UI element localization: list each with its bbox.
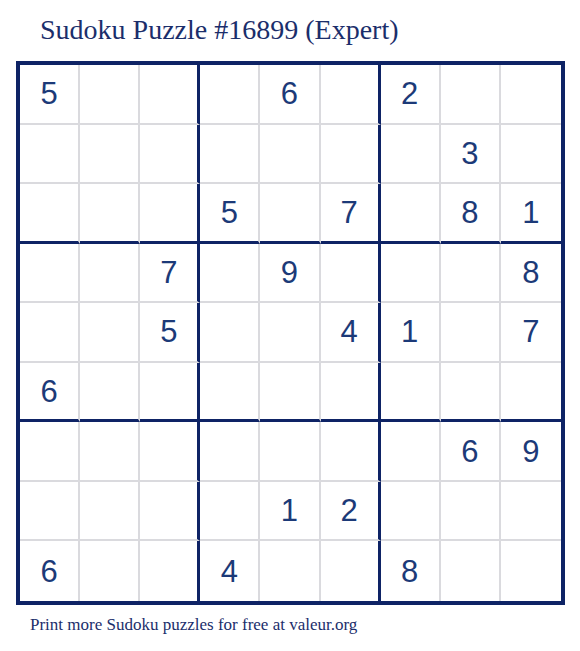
sudoku-cell-empty	[260, 303, 320, 363]
sudoku-cell-empty	[20, 482, 80, 542]
sudoku-cell-empty	[80, 65, 140, 125]
sudoku-cell-empty	[381, 125, 441, 185]
sudoku-cell-given: 6	[260, 65, 320, 125]
sudoku-cell-empty	[260, 125, 320, 185]
sudoku-cell-given: 5	[20, 65, 80, 125]
sudoku-cell-empty	[441, 65, 501, 125]
sudoku-cell-empty	[321, 541, 381, 601]
sudoku-cell-empty	[20, 422, 80, 482]
sudoku-cell-empty	[441, 482, 501, 542]
sudoku-cell-empty	[80, 541, 140, 601]
sudoku-cell-given: 1	[260, 482, 320, 542]
sudoku-cell-given: 7	[321, 184, 381, 244]
sudoku-cell-empty	[200, 125, 260, 185]
sudoku-cell-empty	[80, 244, 140, 304]
sudoku-cell-empty	[20, 244, 80, 304]
sudoku-cell-empty	[200, 422, 260, 482]
sudoku-cell-empty	[140, 422, 200, 482]
footer-text: Print more Sudoku puzzles for free at va…	[30, 615, 357, 635]
sudoku-cell-given: 8	[381, 541, 441, 601]
sudoku-cell-empty	[381, 363, 441, 423]
sudoku-cell-given: 6	[441, 422, 501, 482]
sudoku-cell-given: 8	[441, 184, 501, 244]
sudoku-cell-empty	[140, 184, 200, 244]
sudoku-cell-given: 5	[140, 303, 200, 363]
sudoku-page: Sudoku Puzzle #16899 (Expert) 5623578179…	[0, 0, 580, 651]
sudoku-cell-empty	[80, 422, 140, 482]
sudoku-cell-empty	[20, 125, 80, 185]
sudoku-board: 56235781798541766912648	[16, 61, 565, 605]
sudoku-cell-empty	[321, 244, 381, 304]
sudoku-cell-empty	[501, 363, 561, 423]
sudoku-cell-empty	[441, 303, 501, 363]
sudoku-cell-given: 4	[321, 303, 381, 363]
sudoku-cell-empty	[80, 482, 140, 542]
sudoku-cell-given: 8	[501, 244, 561, 304]
sudoku-cell-empty	[200, 482, 260, 542]
sudoku-cell-empty	[200, 363, 260, 423]
sudoku-cell-given: 7	[140, 244, 200, 304]
sudoku-cell-empty	[381, 422, 441, 482]
sudoku-cell-empty	[441, 541, 501, 601]
sudoku-cell-empty	[200, 244, 260, 304]
sudoku-cell-empty	[441, 244, 501, 304]
sudoku-cell-empty	[260, 363, 320, 423]
sudoku-cell-empty	[321, 65, 381, 125]
page-title: Sudoku Puzzle #16899 (Expert)	[40, 14, 399, 46]
sudoku-cell-given: 2	[321, 482, 381, 542]
sudoku-cell-empty	[200, 303, 260, 363]
sudoku-cell-empty	[80, 184, 140, 244]
sudoku-cell-empty	[140, 65, 200, 125]
sudoku-cell-given: 9	[501, 422, 561, 482]
sudoku-cell-empty	[260, 541, 320, 601]
sudoku-cell-given: 1	[381, 303, 441, 363]
sudoku-cell-empty	[140, 125, 200, 185]
sudoku-cell-given: 3	[441, 125, 501, 185]
sudoku-cell-empty	[441, 363, 501, 423]
sudoku-cell-empty	[321, 422, 381, 482]
sudoku-cell-given: 2	[381, 65, 441, 125]
sudoku-cell-empty	[321, 125, 381, 185]
sudoku-cell-given: 6	[20, 541, 80, 601]
sudoku-cell-empty	[260, 184, 320, 244]
sudoku-cell-empty	[381, 244, 441, 304]
sudoku-cell-empty	[381, 184, 441, 244]
sudoku-cell-given: 6	[20, 363, 80, 423]
sudoku-cell-empty	[20, 184, 80, 244]
sudoku-cell-empty	[321, 363, 381, 423]
sudoku-cell-given: 1	[501, 184, 561, 244]
sudoku-cell-empty	[20, 303, 80, 363]
sudoku-cell-empty	[140, 482, 200, 542]
sudoku-cell-empty	[501, 125, 561, 185]
sudoku-cell-empty	[140, 363, 200, 423]
sudoku-cell-given: 7	[501, 303, 561, 363]
sudoku-cell-empty	[200, 65, 260, 125]
sudoku-cell-empty	[80, 363, 140, 423]
sudoku-cell-given: 9	[260, 244, 320, 304]
sudoku-cell-empty	[501, 541, 561, 601]
sudoku-cell-empty	[140, 541, 200, 601]
sudoku-cell-empty	[260, 422, 320, 482]
sudoku-cell-empty	[501, 482, 561, 542]
sudoku-cell-empty	[381, 482, 441, 542]
sudoku-cell-empty	[80, 125, 140, 185]
sudoku-cell-given: 5	[200, 184, 260, 244]
sudoku-cell-empty	[501, 65, 561, 125]
sudoku-cell-empty	[80, 303, 140, 363]
sudoku-cell-given: 4	[200, 541, 260, 601]
